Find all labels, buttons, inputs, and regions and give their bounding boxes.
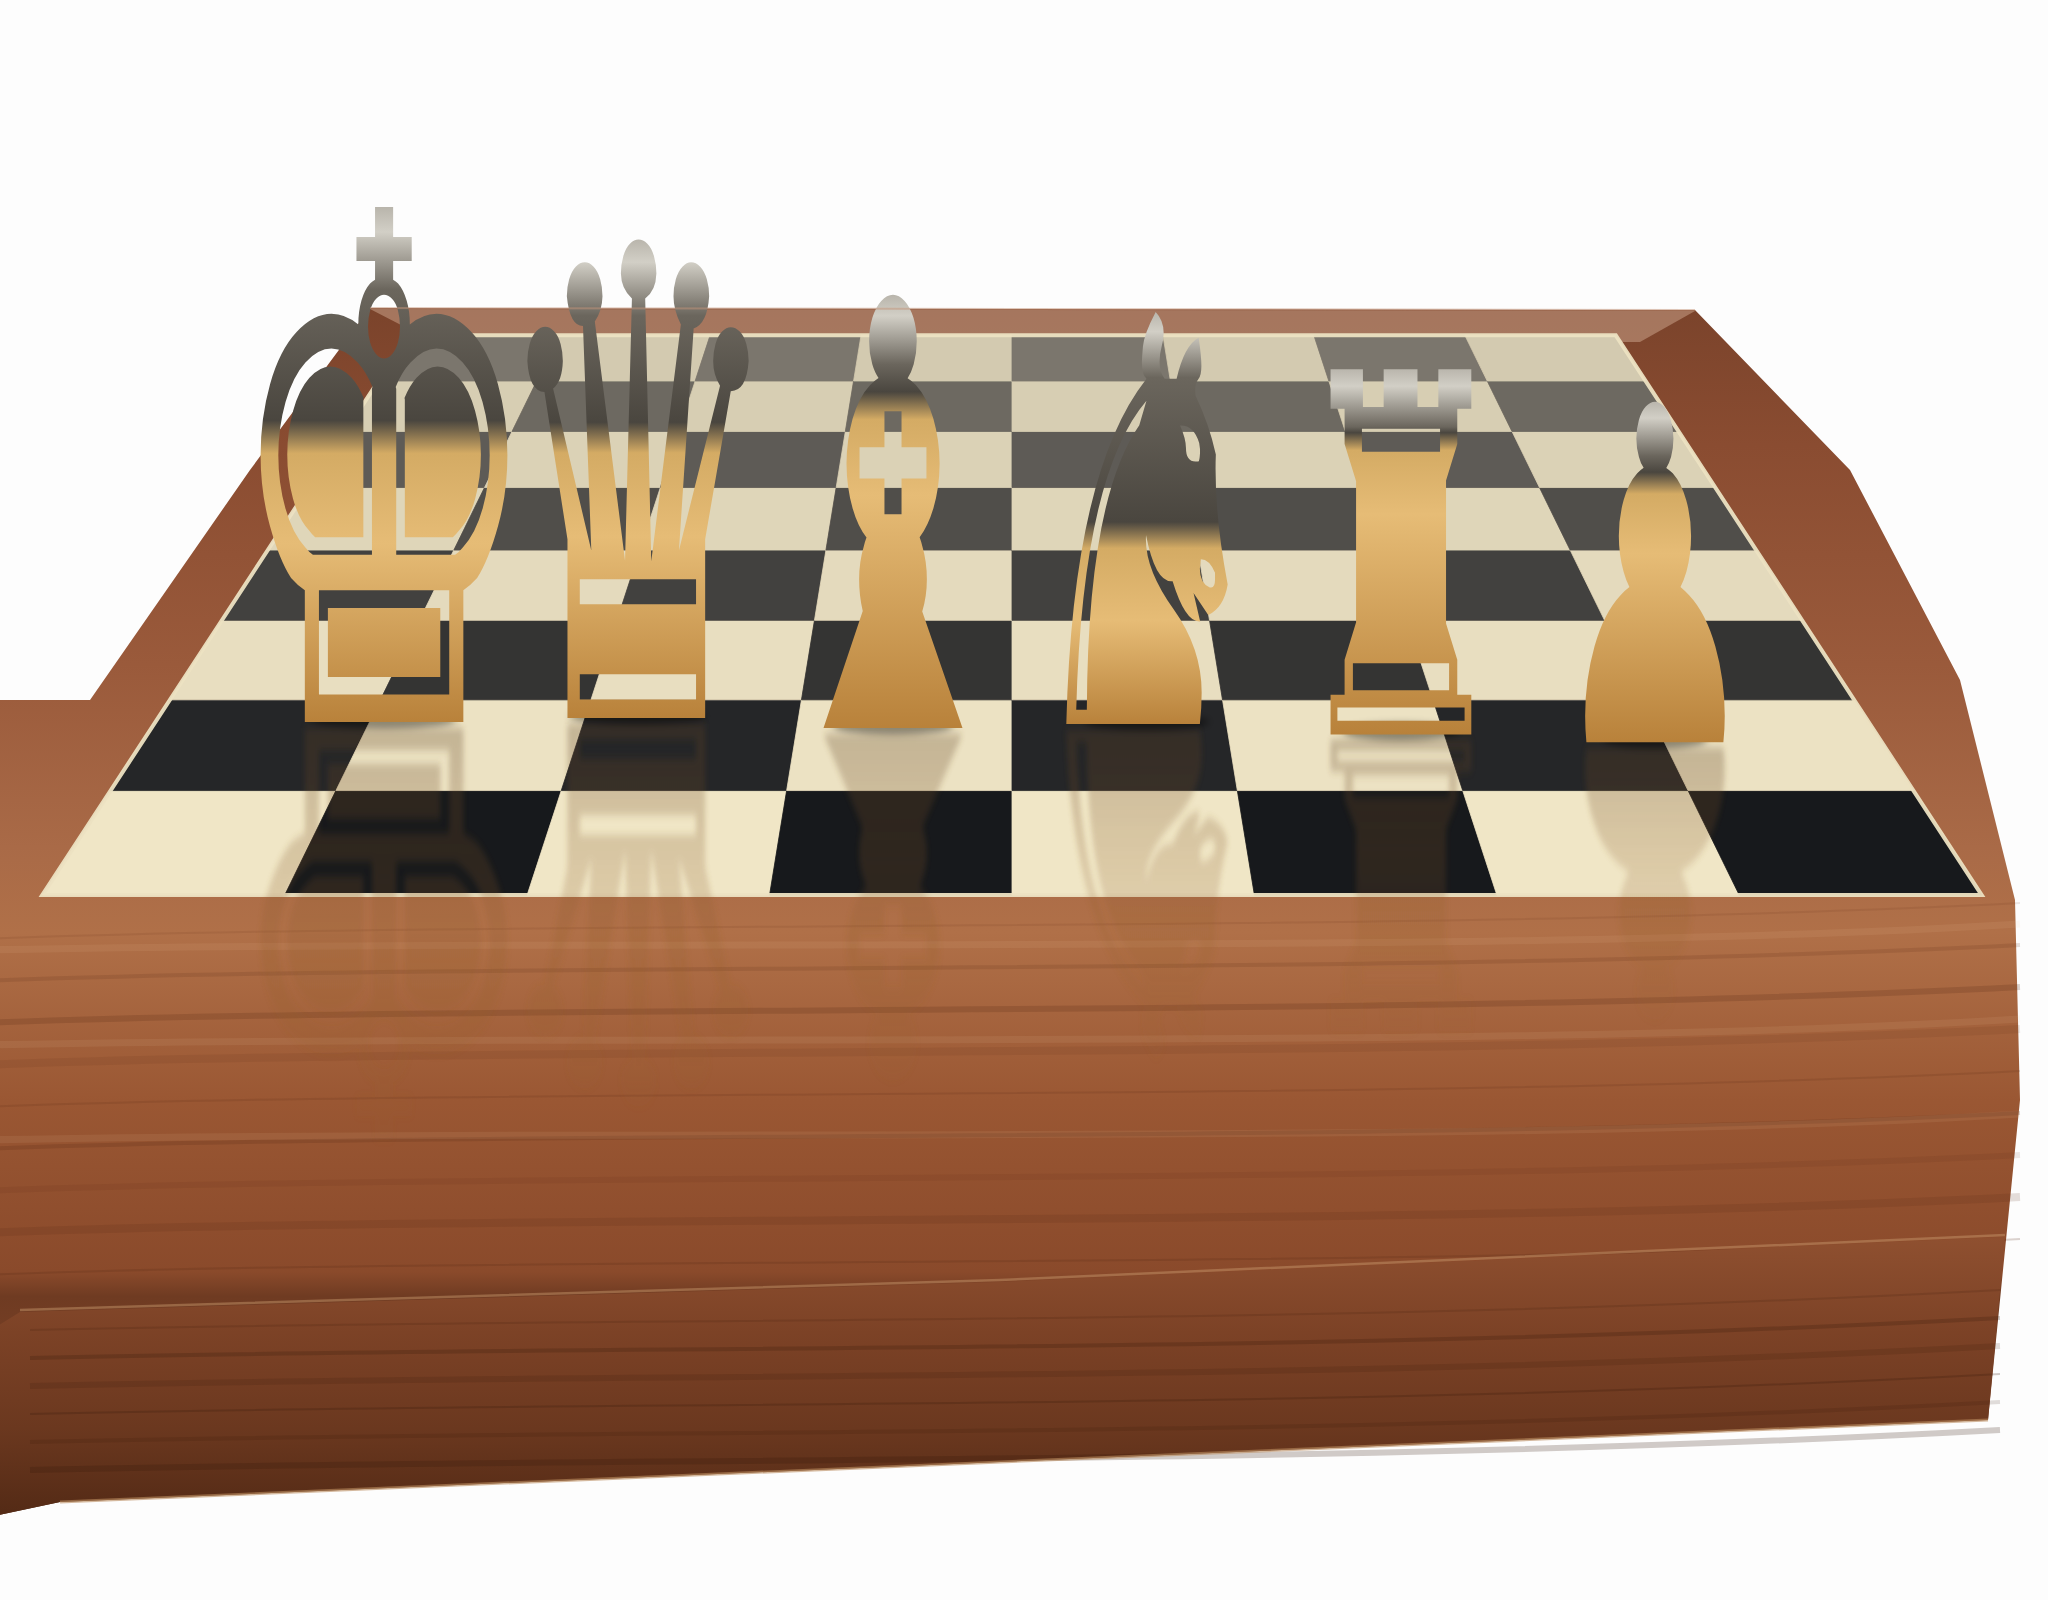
chess-board: ♚♛♝♞♜♟♚♛♝♞♜♟: [0, 0, 2048, 1600]
white-knight-piece[interactable]: ♞: [1021, 200, 1274, 856]
white-rook-piece[interactable]: ♜: [1289, 270, 1513, 852]
white-bishop-piece[interactable]: ♝: [760, 178, 1026, 869]
chess-board-photo: ♚♛♝♞♜♟♚♛♝♞♜♟: [0, 0, 2048, 1600]
white-queen-piece[interactable]: ♛: [491, 110, 785, 873]
white-pawn-piece[interactable]: ♟: [1551, 309, 1760, 852]
